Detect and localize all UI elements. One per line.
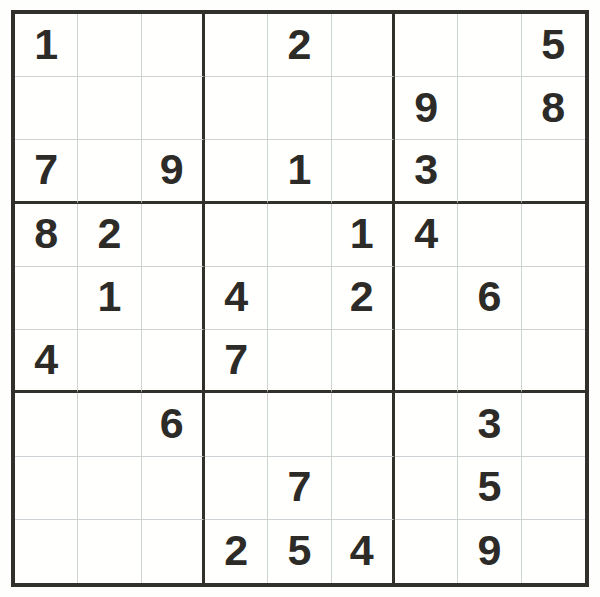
cell-r8c3[interactable] bbox=[142, 457, 205, 520]
given-digit: 7 bbox=[224, 338, 248, 381]
cell-r3c7[interactable]: 3 bbox=[395, 140, 458, 203]
cell-r7c5[interactable] bbox=[268, 393, 331, 456]
cell-r4c1[interactable]: 8 bbox=[15, 204, 78, 267]
given-digit: 7 bbox=[34, 148, 58, 191]
cell-r9c1[interactable] bbox=[15, 520, 78, 583]
cell-r2c1[interactable] bbox=[15, 77, 78, 140]
cell-r9c9[interactable] bbox=[522, 520, 585, 583]
cell-r1c6[interactable] bbox=[332, 14, 395, 77]
cell-r4c4[interactable] bbox=[205, 204, 268, 267]
cell-r8c5[interactable]: 7 bbox=[268, 457, 331, 520]
cell-r2c5[interactable] bbox=[268, 77, 331, 140]
cell-r9c3[interactable] bbox=[142, 520, 205, 583]
cell-r7c4[interactable] bbox=[205, 393, 268, 456]
cell-r5c8[interactable]: 6 bbox=[458, 267, 521, 330]
given-digit: 4 bbox=[34, 338, 58, 381]
cell-r8c8[interactable]: 5 bbox=[458, 457, 521, 520]
cell-r9c6[interactable]: 4 bbox=[332, 520, 395, 583]
cell-r5c6[interactable]: 2 bbox=[332, 267, 395, 330]
cell-r6c8[interactable] bbox=[458, 330, 521, 393]
cell-r1c1[interactable]: 1 bbox=[15, 14, 78, 77]
cell-r2c6[interactable] bbox=[332, 77, 395, 140]
cell-r4c5[interactable] bbox=[268, 204, 331, 267]
cell-r4c9[interactable] bbox=[522, 204, 585, 267]
cell-r9c5[interactable]: 5 bbox=[268, 520, 331, 583]
cell-r7c7[interactable] bbox=[395, 393, 458, 456]
given-digit: 9 bbox=[414, 86, 438, 129]
given-digit: 4 bbox=[414, 212, 438, 255]
cell-r1c3[interactable] bbox=[142, 14, 205, 77]
cell-r1c7[interactable] bbox=[395, 14, 458, 77]
cell-r3c6[interactable] bbox=[332, 140, 395, 203]
cell-r6c6[interactable] bbox=[332, 330, 395, 393]
given-digit: 1 bbox=[288, 148, 312, 191]
cell-r7c2[interactable] bbox=[78, 393, 141, 456]
cell-r5c1[interactable] bbox=[15, 267, 78, 330]
cell-r8c2[interactable] bbox=[78, 457, 141, 520]
cell-r3c3[interactable]: 9 bbox=[142, 140, 205, 203]
cell-r2c3[interactable] bbox=[142, 77, 205, 140]
given-digit: 7 bbox=[288, 465, 312, 508]
cell-r4c8[interactable] bbox=[458, 204, 521, 267]
cell-r9c2[interactable] bbox=[78, 520, 141, 583]
cell-r9c7[interactable] bbox=[395, 520, 458, 583]
cell-r9c4[interactable]: 2 bbox=[205, 520, 268, 583]
cell-r7c1[interactable] bbox=[15, 393, 78, 456]
cell-r3c9[interactable] bbox=[522, 140, 585, 203]
given-digit: 6 bbox=[160, 402, 184, 445]
cell-r4c6[interactable]: 1 bbox=[332, 204, 395, 267]
cell-r1c9[interactable]: 5 bbox=[522, 14, 585, 77]
cell-r4c7[interactable]: 4 bbox=[395, 204, 458, 267]
cell-r5c9[interactable] bbox=[522, 267, 585, 330]
cell-r8c1[interactable] bbox=[15, 457, 78, 520]
cell-r7c3[interactable]: 6 bbox=[142, 393, 205, 456]
cell-r6c7[interactable] bbox=[395, 330, 458, 393]
cell-r6c2[interactable] bbox=[78, 330, 141, 393]
cell-r3c5[interactable]: 1 bbox=[268, 140, 331, 203]
given-digit: 2 bbox=[224, 529, 248, 572]
cell-r4c3[interactable] bbox=[142, 204, 205, 267]
cell-r7c6[interactable] bbox=[332, 393, 395, 456]
cell-r5c7[interactable] bbox=[395, 267, 458, 330]
cell-r8c4[interactable] bbox=[205, 457, 268, 520]
cell-r6c4[interactable]: 7 bbox=[205, 330, 268, 393]
cell-r4c2[interactable]: 2 bbox=[78, 204, 141, 267]
given-digit: 6 bbox=[478, 275, 502, 318]
given-digit: 2 bbox=[288, 23, 312, 66]
cell-r8c7[interactable] bbox=[395, 457, 458, 520]
cell-r6c5[interactable] bbox=[268, 330, 331, 393]
cell-r2c2[interactable] bbox=[78, 77, 141, 140]
given-digit: 3 bbox=[414, 148, 438, 191]
given-digit: 9 bbox=[478, 529, 502, 572]
given-digit: 4 bbox=[224, 275, 248, 318]
cell-r8c6[interactable] bbox=[332, 457, 395, 520]
given-digit: 5 bbox=[288, 529, 312, 572]
given-digit: 8 bbox=[541, 86, 565, 129]
cell-r3c8[interactable] bbox=[458, 140, 521, 203]
cell-r1c4[interactable] bbox=[205, 14, 268, 77]
given-digit: 1 bbox=[98, 275, 122, 318]
given-digit: 5 bbox=[478, 465, 502, 508]
cell-r3c4[interactable] bbox=[205, 140, 268, 203]
cell-r2c8[interactable] bbox=[458, 77, 521, 140]
sudoku-board: 125987913821414264763752549 bbox=[11, 10, 589, 587]
given-digit: 2 bbox=[98, 212, 122, 255]
cell-r9c8[interactable]: 9 bbox=[458, 520, 521, 583]
cell-r6c3[interactable] bbox=[142, 330, 205, 393]
given-digit: 4 bbox=[350, 529, 374, 572]
given-digit: 9 bbox=[160, 148, 184, 191]
cell-r8c9[interactable] bbox=[522, 457, 585, 520]
cell-r2c7[interactable]: 9 bbox=[395, 77, 458, 140]
cell-r1c8[interactable] bbox=[458, 14, 521, 77]
cell-r2c4[interactable] bbox=[205, 77, 268, 140]
cell-r3c1[interactable]: 7 bbox=[15, 140, 78, 203]
cell-r7c9[interactable] bbox=[522, 393, 585, 456]
cell-r2c9[interactable]: 8 bbox=[522, 77, 585, 140]
cell-r6c1[interactable]: 4 bbox=[15, 330, 78, 393]
cell-r5c2[interactable]: 1 bbox=[78, 267, 141, 330]
cell-r5c4[interactable]: 4 bbox=[205, 267, 268, 330]
cell-r6c9[interactable] bbox=[522, 330, 585, 393]
cell-r1c2[interactable] bbox=[78, 14, 141, 77]
given-digit: 2 bbox=[350, 275, 374, 318]
given-digit: 1 bbox=[350, 212, 374, 255]
given-digit: 1 bbox=[34, 23, 58, 66]
given-digit: 8 bbox=[34, 212, 58, 255]
cell-r7c8[interactable]: 3 bbox=[458, 393, 521, 456]
given-digit: 5 bbox=[541, 23, 565, 66]
cell-r1c5[interactable]: 2 bbox=[268, 14, 331, 77]
given-digit: 3 bbox=[478, 402, 502, 445]
cell-r5c5[interactable] bbox=[268, 267, 331, 330]
cell-r5c3[interactable] bbox=[142, 267, 205, 330]
cell-r3c2[interactable] bbox=[78, 140, 141, 203]
